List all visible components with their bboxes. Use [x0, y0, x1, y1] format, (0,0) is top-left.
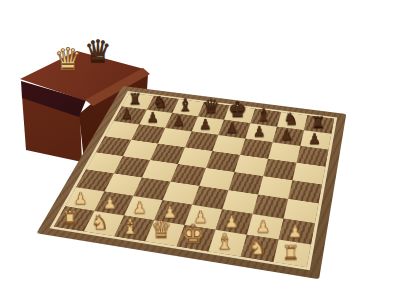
black-pawn-h7[interactable]: ♟ [301, 132, 329, 146]
black-pawn-f7[interactable]: ♟ [245, 125, 273, 139]
black-pawn-g7[interactable]: ♟ [273, 129, 301, 143]
black-rook-a8[interactable]: ♜ [122, 92, 148, 107]
square-e5[interactable] [206, 151, 240, 172]
white-king-e1[interactable]: ♚ [177, 221, 210, 247]
product-photo: ♛ ♛ ♜♞♝♛♚♝♞♜♟♟♟♟♟♟♟♟♟♟♟♟♟♟♟♟♜♞♝♛♚♝♞♜ [0, 0, 400, 300]
black-rook-h8[interactable]: ♜ [304, 115, 331, 131]
white-knight-g1[interactable]: ♞ [241, 237, 274, 258]
white-rook-a1[interactable]: ♜ [54, 209, 86, 228]
black-king-e8[interactable]: ♚ [224, 99, 251, 120]
white-knight-b1[interactable]: ♞ [84, 212, 116, 232]
spare-piece-dark[interactable]: ♛ [84, 36, 112, 67]
square-g5[interactable] [263, 159, 296, 181]
white-pawn-a2[interactable]: ♟ [65, 191, 96, 207]
black-knight-b8[interactable]: ♞ [147, 94, 173, 110]
spare-piece-light[interactable]: ♛ [54, 44, 82, 75]
square-h1[interactable]: ♜ [273, 240, 310, 268]
square-a6[interactable] [105, 121, 139, 140]
black-knight-g8[interactable]: ♞ [277, 111, 304, 128]
black-pawn-b7[interactable]: ♟ [139, 111, 166, 125]
black-pawn-e7[interactable]: ♟ [218, 122, 246, 136]
black-queen-d8[interactable]: ♛ [198, 98, 225, 117]
black-pawn-d7[interactable]: ♟ [192, 118, 219, 132]
white-pawn-g2[interactable]: ♟ [247, 219, 279, 236]
white-rook-h1[interactable]: ♜ [274, 243, 307, 263]
white-queen-d1[interactable]: ♛ [145, 219, 177, 242]
square-h7[interactable]: ♟ [300, 130, 331, 150]
black-pawn-a7[interactable]: ♟ [114, 108, 141, 122]
white-bishop-c1[interactable]: ♝ [114, 216, 146, 237]
black-pawn-c7[interactable]: ♟ [165, 115, 192, 129]
white-bishop-f1[interactable]: ♝ [209, 231, 242, 253]
black-bishop-f8[interactable]: ♝ [251, 106, 278, 124]
black-bishop-c8[interactable]: ♝ [172, 96, 198, 113]
white-pawn-h2[interactable]: ♟ [279, 224, 311, 241]
